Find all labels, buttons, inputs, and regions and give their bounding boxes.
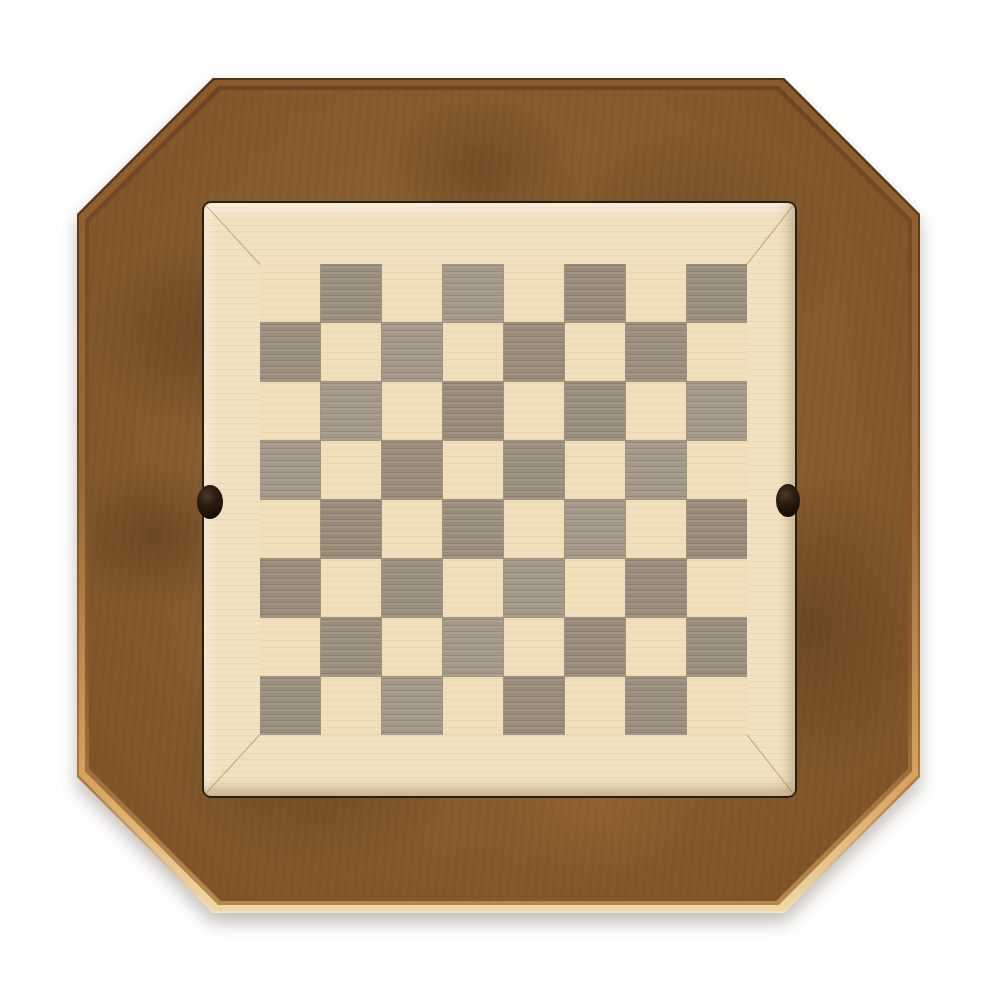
square-g2[interactable]	[626, 618, 686, 676]
finger-notch-right[interactable]	[776, 484, 800, 517]
square-d3[interactable]	[443, 559, 503, 617]
square-b5[interactable]	[321, 441, 381, 499]
square-a2[interactable]	[260, 618, 320, 676]
square-b8[interactable]	[321, 264, 381, 322]
square-h1[interactable]	[687, 677, 747, 735]
square-e3[interactable]	[504, 559, 564, 617]
square-a8[interactable]	[260, 264, 320, 322]
square-d4[interactable]	[443, 500, 503, 558]
square-d7[interactable]	[443, 323, 503, 381]
square-d1[interactable]	[443, 677, 503, 735]
square-e5[interactable]	[504, 441, 564, 499]
frame-miter-bottom-right	[745, 733, 794, 795]
square-g8[interactable]	[626, 264, 686, 322]
square-e1[interactable]	[504, 677, 564, 735]
game-table-scene	[0, 0, 1000, 1000]
square-e6[interactable]	[504, 382, 564, 440]
square-a4[interactable]	[260, 500, 320, 558]
square-a1[interactable]	[260, 677, 320, 735]
square-f7[interactable]	[565, 323, 625, 381]
square-c5[interactable]	[382, 441, 442, 499]
square-a3[interactable]	[260, 559, 320, 617]
square-f1[interactable]	[565, 677, 625, 735]
square-f6[interactable]	[565, 382, 625, 440]
square-e7[interactable]	[504, 323, 564, 381]
square-c7[interactable]	[382, 323, 442, 381]
square-c4[interactable]	[382, 500, 442, 558]
square-h2[interactable]	[687, 618, 747, 676]
square-g4[interactable]	[626, 500, 686, 558]
square-b1[interactable]	[321, 677, 381, 735]
frame-miter-bottom-left	[205, 733, 262, 795]
square-b3[interactable]	[321, 559, 381, 617]
square-f3[interactable]	[565, 559, 625, 617]
square-f4[interactable]	[565, 500, 625, 558]
square-e8[interactable]	[504, 264, 564, 322]
square-d5[interactable]	[443, 441, 503, 499]
square-c2[interactable]	[382, 618, 442, 676]
frame-miter-top-left	[205, 204, 262, 266]
square-f2[interactable]	[565, 618, 625, 676]
square-a6[interactable]	[260, 382, 320, 440]
square-b7[interactable]	[321, 323, 381, 381]
square-c6[interactable]	[382, 382, 442, 440]
square-b4[interactable]	[321, 500, 381, 558]
square-g3[interactable]	[626, 559, 686, 617]
square-f5[interactable]	[565, 441, 625, 499]
finger-notch-left[interactable]	[197, 485, 223, 519]
square-e4[interactable]	[504, 500, 564, 558]
square-h3[interactable]	[687, 559, 747, 617]
square-d6[interactable]	[443, 382, 503, 440]
square-b2[interactable]	[321, 618, 381, 676]
square-h7[interactable]	[687, 323, 747, 381]
square-g5[interactable]	[626, 441, 686, 499]
chessboard-squares-grid	[260, 264, 747, 735]
square-g7[interactable]	[626, 323, 686, 381]
chessboard-insert	[202, 201, 797, 798]
square-g6[interactable]	[626, 382, 686, 440]
square-h5[interactable]	[687, 441, 747, 499]
square-d8[interactable]	[443, 264, 503, 322]
square-h6[interactable]	[687, 382, 747, 440]
square-a7[interactable]	[260, 323, 320, 381]
square-c8[interactable]	[382, 264, 442, 322]
square-g1[interactable]	[626, 677, 686, 735]
square-f8[interactable]	[565, 264, 625, 322]
square-h8[interactable]	[687, 264, 747, 322]
square-d2[interactable]	[443, 618, 503, 676]
square-h4[interactable]	[687, 500, 747, 558]
square-a5[interactable]	[260, 441, 320, 499]
square-c3[interactable]	[382, 559, 442, 617]
square-b6[interactable]	[321, 382, 381, 440]
square-c1[interactable]	[382, 677, 442, 735]
frame-miter-top-right	[745, 204, 794, 266]
square-e2[interactable]	[504, 618, 564, 676]
